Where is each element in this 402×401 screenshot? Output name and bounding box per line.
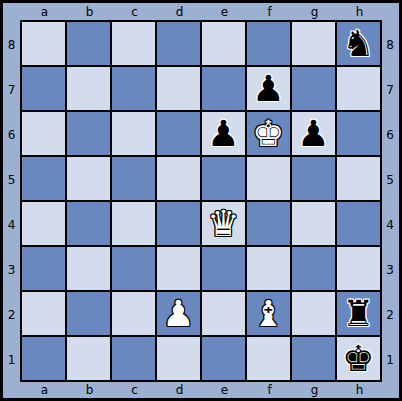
- coordinate-label-f: f: [247, 3, 292, 20]
- coordinate-label-g: g: [292, 3, 337, 20]
- square-f3[interactable]: [247, 247, 290, 290]
- square-c4[interactable]: [112, 202, 155, 245]
- square-h4[interactable]: [337, 202, 380, 245]
- file-labels-bottom: abcdefgh: [20, 382, 382, 398]
- piece-white-queen: ♛: [207, 206, 239, 242]
- square-e1[interactable]: [202, 337, 245, 380]
- coordinate-label-3: 3: [382, 247, 398, 292]
- square-d6[interactable]: [157, 112, 200, 155]
- coordinate-label-f: f: [247, 382, 292, 398]
- coordinate-label-7: 7: [3, 67, 20, 112]
- square-g6[interactable]: ♟: [292, 112, 335, 155]
- square-b3[interactable]: [67, 247, 110, 290]
- square-c7[interactable]: [112, 67, 155, 110]
- square-e8[interactable]: [202, 22, 245, 65]
- coordinate-label-5: 5: [382, 157, 398, 202]
- square-h6[interactable]: [337, 112, 380, 155]
- square-b2[interactable]: [67, 292, 110, 335]
- square-d2[interactable]: ♟: [157, 292, 200, 335]
- piece-white-pawn: ♟: [162, 296, 194, 332]
- square-h2[interactable]: ♜: [337, 292, 380, 335]
- rank-labels-left: 87654321: [3, 20, 20, 382]
- coordinate-label-a: a: [22, 3, 67, 20]
- square-f1[interactable]: [247, 337, 290, 380]
- square-h7[interactable]: [337, 67, 380, 110]
- coordinate-label-5: 5: [3, 157, 20, 202]
- square-b7[interactable]: [67, 67, 110, 110]
- coordinate-label-7: 7: [382, 67, 398, 112]
- coordinate-label-8: 8: [3, 22, 20, 67]
- square-e2[interactable]: [202, 292, 245, 335]
- coordinate-label-6: 6: [3, 112, 20, 157]
- square-f7[interactable]: ♟: [247, 67, 290, 110]
- piece-black-pawn: ♟: [207, 116, 239, 152]
- square-g8[interactable]: [292, 22, 335, 65]
- square-b4[interactable]: [67, 202, 110, 245]
- chess-board-diagram: { "game": "chess", "position": "7n/5p2/4…: [0, 0, 402, 401]
- coordinate-label-h: h: [337, 3, 382, 20]
- square-g4[interactable]: [292, 202, 335, 245]
- coordinate-label-a: a: [22, 382, 67, 398]
- square-a5[interactable]: [22, 157, 65, 200]
- piece-white-king: ♚: [252, 116, 284, 152]
- square-d1[interactable]: [157, 337, 200, 380]
- coordinate-label-b: b: [67, 3, 112, 20]
- square-g5[interactable]: [292, 157, 335, 200]
- chess-board: ♞♟♟♚♟♛♟♝♜♚: [20, 20, 382, 382]
- square-a6[interactable]: [22, 112, 65, 155]
- coordinate-label-c: c: [112, 382, 157, 398]
- square-a3[interactable]: [22, 247, 65, 290]
- piece-black-rook: ♜: [342, 296, 374, 332]
- square-f6[interactable]: ♚: [247, 112, 290, 155]
- coordinate-label-b: b: [67, 382, 112, 398]
- coordinate-label-4: 4: [382, 202, 398, 247]
- coordinate-label-1: 1: [382, 337, 398, 382]
- coordinate-label-4: 4: [3, 202, 20, 247]
- square-d8[interactable]: [157, 22, 200, 65]
- square-c1[interactable]: [112, 337, 155, 380]
- square-c6[interactable]: [112, 112, 155, 155]
- coordinate-label-1: 1: [3, 337, 20, 382]
- coordinate-label-8: 8: [382, 22, 398, 67]
- coordinate-label-d: d: [157, 382, 202, 398]
- square-g3[interactable]: [292, 247, 335, 290]
- square-a7[interactable]: [22, 67, 65, 110]
- square-f4[interactable]: [247, 202, 290, 245]
- coordinate-label-h: h: [337, 382, 382, 398]
- piece-black-king: ♚: [342, 341, 374, 377]
- square-b1[interactable]: [67, 337, 110, 380]
- piece-white-bishop: ♝: [252, 296, 284, 332]
- square-e6[interactable]: ♟: [202, 112, 245, 155]
- square-e4[interactable]: ♛: [202, 202, 245, 245]
- square-d5[interactable]: [157, 157, 200, 200]
- square-h1[interactable]: ♚: [337, 337, 380, 380]
- square-e7[interactable]: [202, 67, 245, 110]
- square-h3[interactable]: [337, 247, 380, 290]
- square-d4[interactable]: [157, 202, 200, 245]
- square-a8[interactable]: [22, 22, 65, 65]
- piece-black-pawn: ♟: [297, 116, 329, 152]
- square-g7[interactable]: [292, 67, 335, 110]
- square-c8[interactable]: [112, 22, 155, 65]
- square-e5[interactable]: [202, 157, 245, 200]
- coordinate-label-2: 2: [382, 292, 398, 337]
- coordinate-label-e: e: [202, 3, 247, 20]
- square-b6[interactable]: [67, 112, 110, 155]
- square-c5[interactable]: [112, 157, 155, 200]
- square-b5[interactable]: [67, 157, 110, 200]
- file-labels-top: abcdefgh: [20, 3, 382, 20]
- coordinate-label-c: c: [112, 3, 157, 20]
- square-b8[interactable]: [67, 22, 110, 65]
- square-a1[interactable]: [22, 337, 65, 380]
- square-h8[interactable]: ♞: [337, 22, 380, 65]
- coordinate-label-g: g: [292, 382, 337, 398]
- piece-black-pawn: ♟: [252, 71, 284, 107]
- square-a2[interactable]: [22, 292, 65, 335]
- coordinate-label-e: e: [202, 382, 247, 398]
- square-f2[interactable]: ♝: [247, 292, 290, 335]
- square-a4[interactable]: [22, 202, 65, 245]
- square-d3[interactable]: [157, 247, 200, 290]
- coordinate-label-3: 3: [3, 247, 20, 292]
- square-e3[interactable]: [202, 247, 245, 290]
- square-g1[interactable]: [292, 337, 335, 380]
- square-c3[interactable]: [112, 247, 155, 290]
- square-c2[interactable]: [112, 292, 155, 335]
- coordinate-label-6: 6: [382, 112, 398, 157]
- coordinate-label-2: 2: [3, 292, 20, 337]
- piece-black-knight: ♞: [342, 26, 374, 62]
- coordinate-label-d: d: [157, 3, 202, 20]
- square-f8[interactable]: [247, 22, 290, 65]
- square-d7[interactable]: [157, 67, 200, 110]
- rank-labels-right: 87654321: [382, 20, 398, 382]
- square-g2[interactable]: [292, 292, 335, 335]
- square-f5[interactable]: [247, 157, 290, 200]
- square-h5[interactable]: [337, 157, 380, 200]
